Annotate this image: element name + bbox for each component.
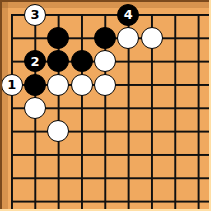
move-number-label: 3 (30, 8, 39, 21)
stone-black (94, 27, 116, 49)
board-border-left (0, 0, 2, 211)
board-border-bottom (0, 209, 211, 211)
stone-black (71, 50, 93, 72)
stone-white (94, 50, 116, 72)
stone-white (94, 74, 116, 96)
move-number-label: 2 (30, 55, 39, 68)
stone-white (141, 27, 163, 49)
go-board: 3421 (0, 0, 211, 211)
stone-white (117, 27, 139, 49)
move-number-label: 4 (124, 8, 133, 21)
stone-black (47, 50, 69, 72)
stone-white (47, 74, 69, 96)
stone-black-move-2: 2 (24, 50, 46, 72)
stone-white (71, 74, 93, 96)
intersection-grid: 3421 (0, 3, 211, 211)
stone-black-move-4: 4 (117, 4, 139, 26)
stone-black (24, 74, 46, 96)
stone-white (24, 97, 46, 119)
board-border-right (209, 0, 211, 211)
board-border-top (0, 0, 211, 2)
move-number-label: 1 (7, 78, 16, 91)
stone-white-move-1: 1 (1, 74, 23, 96)
stone-white-move-3: 3 (24, 4, 46, 26)
stone-white (47, 120, 69, 142)
stone-black (47, 27, 69, 49)
